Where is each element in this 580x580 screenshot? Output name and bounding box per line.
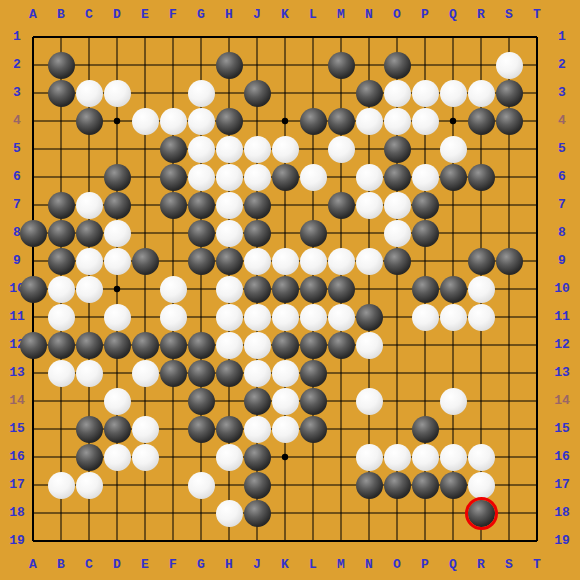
- intersection-K6[interactable]: [271, 163, 299, 191]
- intersection-Q18[interactable]: [439, 499, 467, 527]
- intersection-N10[interactable]: [355, 275, 383, 303]
- intersection-B8[interactable]: [47, 219, 75, 247]
- intersection-T8[interactable]: [523, 219, 551, 247]
- intersection-L7[interactable]: [299, 191, 327, 219]
- intersection-F10[interactable]: [159, 275, 187, 303]
- intersection-H3[interactable]: [215, 79, 243, 107]
- intersection-P15[interactable]: [411, 415, 439, 443]
- intersection-B1[interactable]: [47, 23, 75, 51]
- intersection-E15[interactable]: [131, 415, 159, 443]
- intersection-G3[interactable]: [187, 79, 215, 107]
- intersection-R10[interactable]: [467, 275, 495, 303]
- intersection-G1[interactable]: [187, 23, 215, 51]
- intersection-H2[interactable]: [215, 51, 243, 79]
- intersection-A5[interactable]: [19, 135, 47, 163]
- intersection-E17[interactable]: [131, 471, 159, 499]
- intersection-H5[interactable]: [215, 135, 243, 163]
- intersection-E19[interactable]: [131, 527, 159, 555]
- intersection-L13[interactable]: [299, 359, 327, 387]
- intersection-M7[interactable]: [327, 191, 355, 219]
- intersection-G10[interactable]: [187, 275, 215, 303]
- intersection-H8[interactable]: [215, 219, 243, 247]
- intersection-J12[interactable]: [243, 331, 271, 359]
- intersection-R9[interactable]: [467, 247, 495, 275]
- intersection-R11[interactable]: [467, 303, 495, 331]
- intersection-F2[interactable]: [159, 51, 187, 79]
- intersection-T16[interactable]: [523, 443, 551, 471]
- intersection-K11[interactable]: [271, 303, 299, 331]
- intersection-O11[interactable]: [383, 303, 411, 331]
- intersection-K7[interactable]: [271, 191, 299, 219]
- intersection-F15[interactable]: [159, 415, 187, 443]
- intersection-K9[interactable]: [271, 247, 299, 275]
- intersection-R5[interactable]: [467, 135, 495, 163]
- intersection-L12[interactable]: [299, 331, 327, 359]
- intersection-P4[interactable]: [411, 107, 439, 135]
- intersection-O19[interactable]: [383, 527, 411, 555]
- intersection-M4[interactable]: [327, 107, 355, 135]
- intersection-S1[interactable]: [495, 23, 523, 51]
- intersection-F8[interactable]: [159, 219, 187, 247]
- intersection-K14[interactable]: [271, 387, 299, 415]
- intersection-E2[interactable]: [131, 51, 159, 79]
- intersection-M1[interactable]: [327, 23, 355, 51]
- intersection-Q3[interactable]: [439, 79, 467, 107]
- intersection-O6[interactable]: [383, 163, 411, 191]
- intersection-B11[interactable]: [47, 303, 75, 331]
- intersection-M13[interactable]: [327, 359, 355, 387]
- intersection-B13[interactable]: [47, 359, 75, 387]
- intersection-Q19[interactable]: [439, 527, 467, 555]
- intersection-F14[interactable]: [159, 387, 187, 415]
- intersection-S16[interactable]: [495, 443, 523, 471]
- intersection-L17[interactable]: [299, 471, 327, 499]
- intersection-D18[interactable]: [103, 499, 131, 527]
- intersection-K3[interactable]: [271, 79, 299, 107]
- intersection-F11[interactable]: [159, 303, 187, 331]
- intersection-M5[interactable]: [327, 135, 355, 163]
- intersection-S10[interactable]: [495, 275, 523, 303]
- intersection-E16[interactable]: [131, 443, 159, 471]
- intersection-Q1[interactable]: [439, 23, 467, 51]
- intersection-D8[interactable]: [103, 219, 131, 247]
- intersection-O10[interactable]: [383, 275, 411, 303]
- intersection-D11[interactable]: [103, 303, 131, 331]
- intersection-E12[interactable]: [131, 331, 159, 359]
- intersection-B15[interactable]: [47, 415, 75, 443]
- intersection-Q10[interactable]: [439, 275, 467, 303]
- intersection-L11[interactable]: [299, 303, 327, 331]
- intersection-P6[interactable]: [411, 163, 439, 191]
- intersection-D2[interactable]: [103, 51, 131, 79]
- intersection-G14[interactable]: [187, 387, 215, 415]
- intersection-R7[interactable]: [467, 191, 495, 219]
- intersection-A1[interactable]: [19, 23, 47, 51]
- intersection-D5[interactable]: [103, 135, 131, 163]
- intersection-B3[interactable]: [47, 79, 75, 107]
- intersection-L4[interactable]: [299, 107, 327, 135]
- intersection-T17[interactable]: [523, 471, 551, 499]
- intersection-S14[interactable]: [495, 387, 523, 415]
- intersection-C13[interactable]: [75, 359, 103, 387]
- intersection-T4[interactable]: [523, 107, 551, 135]
- intersection-B16[interactable]: [47, 443, 75, 471]
- intersection-T14[interactable]: [523, 387, 551, 415]
- intersection-P10[interactable]: [411, 275, 439, 303]
- intersection-F3[interactable]: [159, 79, 187, 107]
- intersection-L16[interactable]: [299, 443, 327, 471]
- intersection-E18[interactable]: [131, 499, 159, 527]
- intersection-K17[interactable]: [271, 471, 299, 499]
- intersection-K16[interactable]: [271, 443, 299, 471]
- intersection-K10[interactable]: [271, 275, 299, 303]
- intersection-R18[interactable]: [467, 499, 495, 527]
- intersection-N11[interactable]: [355, 303, 383, 331]
- intersection-R13[interactable]: [467, 359, 495, 387]
- intersection-P9[interactable]: [411, 247, 439, 275]
- intersection-F7[interactable]: [159, 191, 187, 219]
- intersection-E10[interactable]: [131, 275, 159, 303]
- intersection-Q8[interactable]: [439, 219, 467, 247]
- intersection-G7[interactable]: [187, 191, 215, 219]
- intersection-N3[interactable]: [355, 79, 383, 107]
- intersection-J19[interactable]: [243, 527, 271, 555]
- intersection-C18[interactable]: [75, 499, 103, 527]
- intersection-K19[interactable]: [271, 527, 299, 555]
- intersection-F17[interactable]: [159, 471, 187, 499]
- intersection-C11[interactable]: [75, 303, 103, 331]
- intersection-C5[interactable]: [75, 135, 103, 163]
- intersection-M9[interactable]: [327, 247, 355, 275]
- intersection-A2[interactable]: [19, 51, 47, 79]
- intersection-C1[interactable]: [75, 23, 103, 51]
- intersection-K15[interactable]: [271, 415, 299, 443]
- intersection-G5[interactable]: [187, 135, 215, 163]
- intersection-H6[interactable]: [215, 163, 243, 191]
- intersection-A15[interactable]: [19, 415, 47, 443]
- intersection-S2[interactable]: [495, 51, 523, 79]
- intersection-C3[interactable]: [75, 79, 103, 107]
- intersection-N14[interactable]: [355, 387, 383, 415]
- intersection-P7[interactable]: [411, 191, 439, 219]
- intersection-R3[interactable]: [467, 79, 495, 107]
- intersection-B17[interactable]: [47, 471, 75, 499]
- intersection-Q9[interactable]: [439, 247, 467, 275]
- intersection-O3[interactable]: [383, 79, 411, 107]
- intersection-Q2[interactable]: [439, 51, 467, 79]
- intersection-L2[interactable]: [299, 51, 327, 79]
- intersection-D6[interactable]: [103, 163, 131, 191]
- intersection-G12[interactable]: [187, 331, 215, 359]
- intersection-R17[interactable]: [467, 471, 495, 499]
- intersection-H13[interactable]: [215, 359, 243, 387]
- intersection-Q15[interactable]: [439, 415, 467, 443]
- intersection-N18[interactable]: [355, 499, 383, 527]
- intersection-O12[interactable]: [383, 331, 411, 359]
- intersection-O13[interactable]: [383, 359, 411, 387]
- intersection-S18[interactable]: [495, 499, 523, 527]
- intersection-F6[interactable]: [159, 163, 187, 191]
- intersection-M16[interactable]: [327, 443, 355, 471]
- intersection-M10[interactable]: [327, 275, 355, 303]
- intersection-G19[interactable]: [187, 527, 215, 555]
- intersection-C14[interactable]: [75, 387, 103, 415]
- intersection-H17[interactable]: [215, 471, 243, 499]
- intersection-L1[interactable]: [299, 23, 327, 51]
- intersection-G9[interactable]: [187, 247, 215, 275]
- intersection-A17[interactable]: [19, 471, 47, 499]
- intersection-D17[interactable]: [103, 471, 131, 499]
- intersection-G4[interactable]: [187, 107, 215, 135]
- intersection-T7[interactable]: [523, 191, 551, 219]
- intersection-E9[interactable]: [131, 247, 159, 275]
- intersection-M6[interactable]: [327, 163, 355, 191]
- intersection-T15[interactable]: [523, 415, 551, 443]
- intersection-H10[interactable]: [215, 275, 243, 303]
- intersection-E5[interactable]: [131, 135, 159, 163]
- intersection-S8[interactable]: [495, 219, 523, 247]
- intersection-H11[interactable]: [215, 303, 243, 331]
- intersection-P19[interactable]: [411, 527, 439, 555]
- intersection-D16[interactable]: [103, 443, 131, 471]
- intersection-N4[interactable]: [355, 107, 383, 135]
- intersection-M3[interactable]: [327, 79, 355, 107]
- intersection-K2[interactable]: [271, 51, 299, 79]
- intersection-E7[interactable]: [131, 191, 159, 219]
- intersection-T6[interactable]: [523, 163, 551, 191]
- intersection-D10[interactable]: [103, 275, 131, 303]
- intersection-E11[interactable]: [131, 303, 159, 331]
- intersection-F12[interactable]: [159, 331, 187, 359]
- intersection-M14[interactable]: [327, 387, 355, 415]
- intersection-T2[interactable]: [523, 51, 551, 79]
- intersection-N9[interactable]: [355, 247, 383, 275]
- intersection-H15[interactable]: [215, 415, 243, 443]
- intersection-M19[interactable]: [327, 527, 355, 555]
- intersection-T18[interactable]: [523, 499, 551, 527]
- intersection-N13[interactable]: [355, 359, 383, 387]
- intersection-P1[interactable]: [411, 23, 439, 51]
- intersection-M12[interactable]: [327, 331, 355, 359]
- intersection-D9[interactable]: [103, 247, 131, 275]
- intersection-O2[interactable]: [383, 51, 411, 79]
- intersection-O1[interactable]: [383, 23, 411, 51]
- intersection-L14[interactable]: [299, 387, 327, 415]
- intersection-F1[interactable]: [159, 23, 187, 51]
- intersection-N6[interactable]: [355, 163, 383, 191]
- intersection-S7[interactable]: [495, 191, 523, 219]
- intersection-T10[interactable]: [523, 275, 551, 303]
- intersection-D4[interactable]: [103, 107, 131, 135]
- intersection-J6[interactable]: [243, 163, 271, 191]
- intersection-A6[interactable]: [19, 163, 47, 191]
- intersection-C4[interactable]: [75, 107, 103, 135]
- intersection-B19[interactable]: [47, 527, 75, 555]
- intersection-Q13[interactable]: [439, 359, 467, 387]
- intersection-G16[interactable]: [187, 443, 215, 471]
- intersection-G17[interactable]: [187, 471, 215, 499]
- intersection-S3[interactable]: [495, 79, 523, 107]
- intersection-R4[interactable]: [467, 107, 495, 135]
- intersection-S9[interactable]: [495, 247, 523, 275]
- intersection-F5[interactable]: [159, 135, 187, 163]
- intersection-E6[interactable]: [131, 163, 159, 191]
- intersection-L8[interactable]: [299, 219, 327, 247]
- intersection-J18[interactable]: [243, 499, 271, 527]
- intersection-H18[interactable]: [215, 499, 243, 527]
- intersection-N16[interactable]: [355, 443, 383, 471]
- intersection-C10[interactable]: [75, 275, 103, 303]
- intersection-S17[interactable]: [495, 471, 523, 499]
- intersection-Q4[interactable]: [439, 107, 467, 135]
- intersection-P8[interactable]: [411, 219, 439, 247]
- intersection-P17[interactable]: [411, 471, 439, 499]
- intersection-K5[interactable]: [271, 135, 299, 163]
- intersection-P11[interactable]: [411, 303, 439, 331]
- intersection-D3[interactable]: [103, 79, 131, 107]
- intersection-R1[interactable]: [467, 23, 495, 51]
- intersection-T13[interactable]: [523, 359, 551, 387]
- intersection-A16[interactable]: [19, 443, 47, 471]
- intersection-F18[interactable]: [159, 499, 187, 527]
- intersection-Q16[interactable]: [439, 443, 467, 471]
- intersection-D7[interactable]: [103, 191, 131, 219]
- intersection-N12[interactable]: [355, 331, 383, 359]
- intersection-P2[interactable]: [411, 51, 439, 79]
- intersection-N15[interactable]: [355, 415, 383, 443]
- intersection-J13[interactable]: [243, 359, 271, 387]
- intersection-C17[interactable]: [75, 471, 103, 499]
- intersection-K12[interactable]: [271, 331, 299, 359]
- intersection-E1[interactable]: [131, 23, 159, 51]
- intersection-A18[interactable]: [19, 499, 47, 527]
- intersection-C8[interactable]: [75, 219, 103, 247]
- intersection-F13[interactable]: [159, 359, 187, 387]
- intersection-Q6[interactable]: [439, 163, 467, 191]
- intersection-F9[interactable]: [159, 247, 187, 275]
- intersection-G2[interactable]: [187, 51, 215, 79]
- intersection-M17[interactable]: [327, 471, 355, 499]
- intersection-K8[interactable]: [271, 219, 299, 247]
- intersection-C6[interactable]: [75, 163, 103, 191]
- intersection-R6[interactable]: [467, 163, 495, 191]
- intersection-G6[interactable]: [187, 163, 215, 191]
- intersection-M2[interactable]: [327, 51, 355, 79]
- intersection-T11[interactable]: [523, 303, 551, 331]
- intersection-N19[interactable]: [355, 527, 383, 555]
- intersection-G15[interactable]: [187, 415, 215, 443]
- intersection-L9[interactable]: [299, 247, 327, 275]
- intersection-N5[interactable]: [355, 135, 383, 163]
- intersection-H19[interactable]: [215, 527, 243, 555]
- intersection-G8[interactable]: [187, 219, 215, 247]
- intersection-J1[interactable]: [243, 23, 271, 51]
- intersection-N1[interactable]: [355, 23, 383, 51]
- intersection-J16[interactable]: [243, 443, 271, 471]
- intersection-T19[interactable]: [523, 527, 551, 555]
- intersection-G18[interactable]: [187, 499, 215, 527]
- intersection-H12[interactable]: [215, 331, 243, 359]
- intersection-A19[interactable]: [19, 527, 47, 555]
- intersection-Q7[interactable]: [439, 191, 467, 219]
- intersection-R2[interactable]: [467, 51, 495, 79]
- intersection-R16[interactable]: [467, 443, 495, 471]
- intersection-J11[interactable]: [243, 303, 271, 331]
- intersection-P3[interactable]: [411, 79, 439, 107]
- intersection-L18[interactable]: [299, 499, 327, 527]
- intersection-O18[interactable]: [383, 499, 411, 527]
- intersection-P5[interactable]: [411, 135, 439, 163]
- intersection-S5[interactable]: [495, 135, 523, 163]
- intersection-T12[interactable]: [523, 331, 551, 359]
- intersection-E13[interactable]: [131, 359, 159, 387]
- intersection-J14[interactable]: [243, 387, 271, 415]
- intersection-J3[interactable]: [243, 79, 271, 107]
- intersection-J2[interactable]: [243, 51, 271, 79]
- intersection-H14[interactable]: [215, 387, 243, 415]
- intersection-M15[interactable]: [327, 415, 355, 443]
- intersection-B5[interactable]: [47, 135, 75, 163]
- intersection-O9[interactable]: [383, 247, 411, 275]
- intersection-T5[interactable]: [523, 135, 551, 163]
- intersection-O4[interactable]: [383, 107, 411, 135]
- intersection-C12[interactable]: [75, 331, 103, 359]
- intersection-O5[interactable]: [383, 135, 411, 163]
- intersection-Q14[interactable]: [439, 387, 467, 415]
- intersection-H9[interactable]: [215, 247, 243, 275]
- intersection-S6[interactable]: [495, 163, 523, 191]
- intersection-R14[interactable]: [467, 387, 495, 415]
- intersection-D12[interactable]: [103, 331, 131, 359]
- intersection-P13[interactable]: [411, 359, 439, 387]
- intersection-Q11[interactable]: [439, 303, 467, 331]
- intersection-M8[interactable]: [327, 219, 355, 247]
- intersection-A7[interactable]: [19, 191, 47, 219]
- intersection-O17[interactable]: [383, 471, 411, 499]
- intersection-J15[interactable]: [243, 415, 271, 443]
- intersection-O14[interactable]: [383, 387, 411, 415]
- intersection-B12[interactable]: [47, 331, 75, 359]
- intersection-A10[interactable]: [19, 275, 47, 303]
- intersection-P16[interactable]: [411, 443, 439, 471]
- intersection-H4[interactable]: [215, 107, 243, 135]
- intersection-A14[interactable]: [19, 387, 47, 415]
- intersection-C16[interactable]: [75, 443, 103, 471]
- intersection-O8[interactable]: [383, 219, 411, 247]
- intersection-N2[interactable]: [355, 51, 383, 79]
- intersection-F19[interactable]: [159, 527, 187, 555]
- intersection-D1[interactable]: [103, 23, 131, 51]
- intersection-J10[interactable]: [243, 275, 271, 303]
- intersection-C15[interactable]: [75, 415, 103, 443]
- intersection-J9[interactable]: [243, 247, 271, 275]
- intersection-A3[interactable]: [19, 79, 47, 107]
- intersection-E3[interactable]: [131, 79, 159, 107]
- intersection-N17[interactable]: [355, 471, 383, 499]
- intersection-K13[interactable]: [271, 359, 299, 387]
- intersection-K18[interactable]: [271, 499, 299, 527]
- intersection-O16[interactable]: [383, 443, 411, 471]
- intersection-H7[interactable]: [215, 191, 243, 219]
- intersection-G11[interactable]: [187, 303, 215, 331]
- intersection-H16[interactable]: [215, 443, 243, 471]
- intersection-B4[interactable]: [47, 107, 75, 135]
- intersection-A11[interactable]: [19, 303, 47, 331]
- intersection-L5[interactable]: [299, 135, 327, 163]
- intersection-F4[interactable]: [159, 107, 187, 135]
- intersection-B2[interactable]: [47, 51, 75, 79]
- intersection-Q5[interactable]: [439, 135, 467, 163]
